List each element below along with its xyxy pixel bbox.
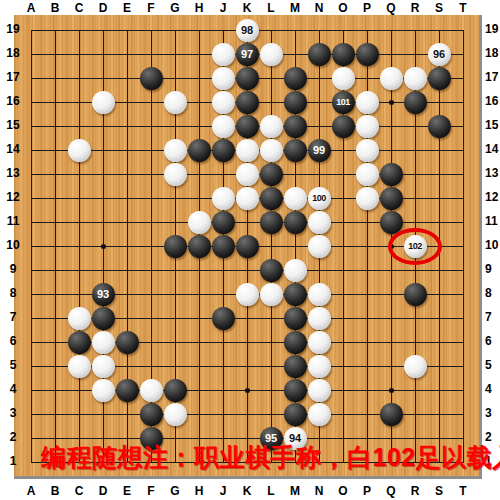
stone-L9[interactable] — [260, 259, 283, 282]
stone-D5[interactable] — [92, 355, 115, 378]
stone-C5[interactable] — [68, 355, 91, 378]
stone-D16[interactable] — [92, 91, 115, 114]
column-label-Q: Q — [379, 1, 403, 15]
stone-K16[interactable] — [236, 91, 259, 114]
row-label-right-10: 10 — [485, 238, 500, 252]
stone-J14[interactable] — [212, 139, 235, 162]
row-label-right-14: 14 — [485, 142, 500, 156]
stone-S17[interactable] — [428, 67, 451, 90]
stone-G14[interactable] — [164, 139, 187, 162]
stone-D7[interactable] — [92, 307, 115, 330]
stone-K12[interactable] — [236, 187, 259, 210]
column-label-T: T — [451, 1, 475, 15]
stone-N14[interactable]: 99 — [308, 139, 331, 162]
move-102-highlight-ellipse — [388, 228, 442, 265]
stone-J12[interactable] — [212, 187, 235, 210]
row-label-right-17: 17 — [485, 70, 500, 84]
stone-N10[interactable] — [308, 235, 331, 258]
stone-H14[interactable] — [188, 139, 211, 162]
row-label-right-3: 3 — [485, 406, 500, 420]
stone-L11[interactable] — [260, 211, 283, 234]
row-label-right-9: 9 — [485, 262, 500, 276]
column-label-P: P — [355, 1, 379, 15]
annotation-text: 编程随想注：职业棋手称，白102足以载入史册 — [41, 441, 500, 474]
stone-O16[interactable]: 101 — [332, 91, 355, 114]
column-label-E: E — [115, 1, 139, 15]
stone-K13[interactable] — [236, 163, 259, 186]
stone-J11[interactable] — [212, 211, 235, 234]
stone-O17[interactable] — [332, 67, 355, 90]
stone-J7[interactable] — [212, 307, 235, 330]
stone-N11[interactable] — [308, 211, 331, 234]
stone-P15[interactable] — [356, 115, 379, 138]
stone-E6[interactable] — [116, 331, 139, 354]
move-number-99: 99 — [313, 145, 325, 156]
column-label-T: T — [451, 484, 475, 498]
stone-L12[interactable] — [260, 187, 283, 210]
stone-F17[interactable] — [140, 67, 163, 90]
stone-N3[interactable] — [308, 403, 331, 426]
column-label-M: M — [283, 484, 307, 498]
row-label-right-15: 15 — [485, 118, 500, 132]
row-label-right-7: 7 — [485, 310, 500, 324]
stone-G3[interactable] — [164, 403, 187, 426]
stone-R8[interactable] — [404, 283, 427, 306]
stone-N8[interactable] — [308, 283, 331, 306]
stone-O18[interactable] — [332, 43, 355, 66]
row-label-right-19: 19 — [485, 22, 500, 36]
stone-K17[interactable] — [236, 67, 259, 90]
stone-J17[interactable] — [212, 67, 235, 90]
go-diagram-page: { "game": "go", "board": { "size": 19, "… — [0, 0, 500, 500]
stone-M5[interactable] — [284, 355, 307, 378]
stone-K15[interactable] — [236, 115, 259, 138]
column-label-P: P — [355, 484, 379, 498]
stone-G13[interactable] — [164, 163, 187, 186]
column-label-N: N — [307, 484, 331, 498]
stone-R17[interactable] — [404, 67, 427, 90]
move-number-101: 101 — [336, 98, 350, 107]
stone-N18[interactable] — [308, 43, 331, 66]
move-number-97: 97 — [241, 49, 253, 60]
row-label-right-8: 8 — [485, 286, 500, 300]
column-label-Q: Q — [379, 484, 403, 498]
stone-O15[interactable] — [332, 115, 355, 138]
column-label-S: S — [427, 484, 451, 498]
stone-J10[interactable] — [212, 235, 235, 258]
stone-L8[interactable] — [260, 283, 283, 306]
row-label-right-12: 12 — [485, 190, 500, 204]
stone-J15[interactable] — [212, 115, 235, 138]
stone-L18[interactable] — [260, 43, 283, 66]
stone-P14[interactable] — [356, 139, 379, 162]
stone-K14[interactable] — [236, 139, 259, 162]
stone-M17[interactable] — [284, 67, 307, 90]
stone-Q11[interactable] — [380, 211, 403, 234]
column-label-A: A — [19, 1, 43, 15]
column-label-G: G — [163, 484, 187, 498]
stone-P16[interactable] — [356, 91, 379, 114]
stone-P12[interactable] — [356, 187, 379, 210]
stone-M12[interactable] — [284, 187, 307, 210]
stone-M3[interactable] — [284, 403, 307, 426]
column-label-M: M — [283, 1, 307, 15]
stone-M15[interactable] — [284, 115, 307, 138]
stone-M11[interactable] — [284, 211, 307, 234]
stone-N4[interactable] — [308, 379, 331, 402]
column-label-C: C — [67, 484, 91, 498]
row-label-right-6: 6 — [485, 334, 500, 348]
row-label-right-4: 4 — [485, 382, 500, 396]
column-label-L: L — [259, 484, 283, 498]
stone-M7[interactable] — [284, 307, 307, 330]
stone-C7[interactable] — [68, 307, 91, 330]
stone-H11[interactable] — [188, 211, 211, 234]
move-number-96: 96 — [433, 49, 445, 60]
column-label-B: B — [43, 484, 67, 498]
row-label-right-18: 18 — [485, 46, 500, 60]
stone-M4[interactable] — [284, 379, 307, 402]
stone-K10[interactable] — [236, 235, 259, 258]
move-number-98: 98 — [241, 25, 253, 36]
stone-N6[interactable] — [308, 331, 331, 354]
column-label-H: H — [187, 484, 211, 498]
stone-N12[interactable]: 100 — [308, 187, 331, 210]
column-label-L: L — [259, 1, 283, 15]
stone-E4[interactable] — [116, 379, 139, 402]
stone-Q3[interactable] — [380, 403, 403, 426]
stone-D6[interactable] — [92, 331, 115, 354]
column-label-D: D — [91, 1, 115, 15]
stone-K8[interactable] — [236, 283, 259, 306]
column-label-R: R — [403, 484, 427, 498]
stone-N7[interactable] — [308, 307, 331, 330]
stone-S15[interactable] — [428, 115, 451, 138]
stone-H10[interactable] — [188, 235, 211, 258]
stone-M8[interactable] — [284, 283, 307, 306]
column-label-J: J — [211, 1, 235, 15]
stone-G16[interactable] — [164, 91, 187, 114]
stone-R16[interactable] — [404, 91, 427, 114]
stone-K19[interactable]: 98 — [236, 19, 259, 42]
stone-L13[interactable] — [260, 163, 283, 186]
stone-F4[interactable] — [140, 379, 163, 402]
stone-C6[interactable] — [68, 331, 91, 354]
stone-S18[interactable]: 96 — [428, 43, 451, 66]
stone-M16[interactable] — [284, 91, 307, 114]
row-label-right-13: 13 — [485, 166, 500, 180]
column-label-F: F — [139, 484, 163, 498]
column-label-S: S — [427, 1, 451, 15]
stone-F3[interactable] — [140, 403, 163, 426]
move-number-93: 93 — [97, 289, 109, 300]
row-label-right-11: 11 — [485, 214, 500, 228]
column-label-K: K — [235, 1, 259, 15]
stone-C14[interactable] — [68, 139, 91, 162]
stone-R5[interactable] — [404, 355, 427, 378]
stone-L14[interactable] — [260, 139, 283, 162]
stone-P13[interactable] — [356, 163, 379, 186]
stone-L15[interactable] — [260, 115, 283, 138]
stone-M9[interactable] — [284, 259, 307, 282]
stone-J18[interactable] — [212, 43, 235, 66]
column-label-N: N — [307, 1, 331, 15]
move-number-100: 100 — [312, 194, 326, 203]
stone-Q13[interactable] — [380, 163, 403, 186]
row-label-right-5: 5 — [485, 358, 500, 372]
column-label-J: J — [211, 484, 235, 498]
stone-D4[interactable] — [92, 379, 115, 402]
column-label-A: A — [19, 484, 43, 498]
stone-G10[interactable] — [164, 235, 187, 258]
column-label-G: G — [163, 1, 187, 15]
stone-J16[interactable] — [212, 91, 235, 114]
stone-M6[interactable] — [284, 331, 307, 354]
column-label-D: D — [91, 484, 115, 498]
stone-Q17[interactable] — [380, 67, 403, 90]
stone-M14[interactable] — [284, 139, 307, 162]
column-label-F: F — [139, 1, 163, 15]
column-label-E: E — [115, 484, 139, 498]
stone-N5[interactable] — [308, 355, 331, 378]
column-label-C: C — [67, 1, 91, 15]
row-label-right-16: 16 — [485, 94, 500, 108]
column-label-O: O — [331, 1, 355, 15]
column-label-B: B — [43, 1, 67, 15]
column-label-R: R — [403, 1, 427, 15]
column-label-O: O — [331, 484, 355, 498]
column-label-K: K — [235, 484, 259, 498]
stone-D8[interactable]: 93 — [92, 283, 115, 306]
stone-P18[interactable] — [356, 43, 379, 66]
stone-Q12[interactable] — [380, 187, 403, 210]
stone-G4[interactable] — [164, 379, 187, 402]
stone-K18[interactable]: 97 — [236, 43, 259, 66]
column-label-H: H — [187, 1, 211, 15]
